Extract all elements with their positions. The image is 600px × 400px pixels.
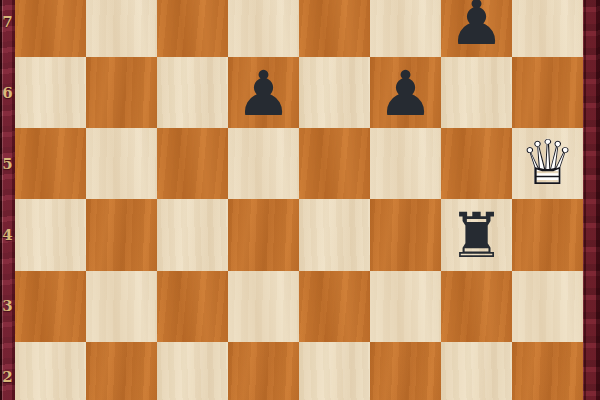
rank-label-2: 2 xyxy=(0,368,15,386)
piece-glyph: ♟ xyxy=(236,63,292,125)
square-e7[interactable] xyxy=(299,0,370,57)
square-b3[interactable] xyxy=(86,271,157,342)
square-h2[interactable] xyxy=(512,342,583,400)
square-b2[interactable] xyxy=(86,342,157,400)
chess-board[interactable]: ♟♟♟♛♕♜ xyxy=(15,0,583,400)
square-d2[interactable] xyxy=(228,342,299,400)
black-pawn[interactable]: ♟ xyxy=(228,57,299,128)
square-h6[interactable] xyxy=(512,57,583,128)
square-h3[interactable] xyxy=(512,271,583,342)
square-a4[interactable] xyxy=(15,199,86,270)
square-h7[interactable] xyxy=(512,0,583,57)
square-d3[interactable] xyxy=(228,271,299,342)
piece-glyph: ♜ xyxy=(449,205,505,267)
square-b7[interactable] xyxy=(86,0,157,57)
square-g3[interactable] xyxy=(441,271,512,342)
square-e6[interactable] xyxy=(299,57,370,128)
square-f4[interactable] xyxy=(370,199,441,270)
square-f3[interactable] xyxy=(370,271,441,342)
square-a3[interactable] xyxy=(15,271,86,342)
square-e3[interactable] xyxy=(299,271,370,342)
square-b6[interactable] xyxy=(86,57,157,128)
board-frame-left: 765432 xyxy=(0,0,15,400)
rank-label-6: 6 xyxy=(0,84,15,102)
square-e4[interactable] xyxy=(299,199,370,270)
square-b4[interactable] xyxy=(86,199,157,270)
square-d5[interactable] xyxy=(228,128,299,199)
square-g7[interactable]: ♟ xyxy=(441,0,512,57)
square-c3[interactable] xyxy=(157,271,228,342)
square-a6[interactable] xyxy=(15,57,86,128)
square-c6[interactable] xyxy=(157,57,228,128)
square-c2[interactable] xyxy=(157,342,228,400)
square-d7[interactable] xyxy=(228,0,299,57)
square-c5[interactable] xyxy=(157,128,228,199)
piece-glyph: ♟ xyxy=(378,63,434,125)
square-c7[interactable] xyxy=(157,0,228,57)
board-frame-right xyxy=(583,0,600,400)
rank-label-3: 3 xyxy=(0,297,15,315)
square-g2[interactable] xyxy=(441,342,512,400)
square-e5[interactable] xyxy=(299,128,370,199)
square-h4[interactable] xyxy=(512,199,583,270)
chess-app-screenshot: ♟♟♟♛♕♜ 765432 xyxy=(0,0,600,400)
square-f6[interactable]: ♟ xyxy=(370,57,441,128)
white-piece-outline-glyph: ♕ xyxy=(520,132,576,194)
square-g5[interactable] xyxy=(441,128,512,199)
black-pawn[interactable]: ♟ xyxy=(441,0,512,57)
black-pawn[interactable]: ♟ xyxy=(370,57,441,128)
square-g4[interactable]: ♜ xyxy=(441,199,512,270)
rank-label-4: 4 xyxy=(0,226,15,244)
square-d4[interactable] xyxy=(228,199,299,270)
rank-label-7: 7 xyxy=(0,13,15,31)
square-f5[interactable] xyxy=(370,128,441,199)
square-h5[interactable]: ♛♕ xyxy=(512,128,583,199)
square-e2[interactable] xyxy=(299,342,370,400)
white-queen[interactable]: ♛♕ xyxy=(512,128,583,199)
square-c4[interactable] xyxy=(157,199,228,270)
square-g6[interactable] xyxy=(441,57,512,128)
square-a7[interactable] xyxy=(15,0,86,57)
square-b5[interactable] xyxy=(86,128,157,199)
black-rook[interactable]: ♜ xyxy=(441,199,512,270)
square-f7[interactable] xyxy=(370,0,441,57)
square-f2[interactable] xyxy=(370,342,441,400)
rank-label-5: 5 xyxy=(0,155,15,173)
square-d6[interactable]: ♟ xyxy=(228,57,299,128)
square-a5[interactable] xyxy=(15,128,86,199)
piece-glyph: ♟ xyxy=(449,0,505,54)
square-a2[interactable] xyxy=(15,342,86,400)
